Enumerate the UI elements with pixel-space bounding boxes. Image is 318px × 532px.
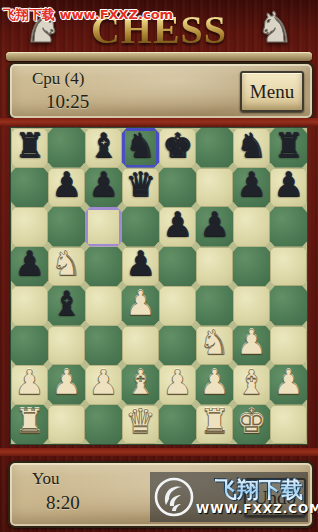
player-clock: 8:20 xyxy=(46,492,80,514)
square-f2[interactable]: ♟ xyxy=(196,365,233,405)
square-d6[interactable] xyxy=(122,207,159,247)
black-king[interactable]: ♚ xyxy=(162,128,192,162)
square-f1[interactable]: ♜ xyxy=(196,405,233,445)
square-b8[interactable] xyxy=(48,128,85,168)
chess-app-window: ♞ CHESS ♞ Cpu (4) 10:25 Menu ♜♝♞♚♞♜♟♟♛♟♟… xyxy=(0,0,318,532)
black-pawn[interactable]: ♟ xyxy=(51,167,81,201)
black-pawn[interactable]: ♟ xyxy=(236,167,266,201)
square-b6[interactable] xyxy=(48,207,85,247)
white-knight[interactable]: ♞ xyxy=(51,246,81,280)
square-e2[interactable]: ♟ xyxy=(159,365,196,405)
square-d2[interactable]: ♝ xyxy=(122,365,159,405)
square-h5[interactable] xyxy=(270,247,307,287)
white-pawn[interactable]: ♟ xyxy=(162,365,192,399)
square-f4[interactable] xyxy=(196,286,233,326)
white-pawn[interactable]: ♟ xyxy=(199,365,229,399)
square-a2[interactable]: ♟ xyxy=(11,365,48,405)
square-e4[interactable] xyxy=(159,286,196,326)
square-g3[interactable]: ♟ xyxy=(233,326,270,366)
square-a5[interactable]: ♟ xyxy=(11,247,48,287)
square-g4[interactable] xyxy=(233,286,270,326)
fxxz-logo-icon xyxy=(152,475,196,519)
white-bishop[interactable]: ♝ xyxy=(236,365,266,399)
square-f6[interactable]: ♟ xyxy=(196,207,233,247)
opponent-name: Cpu (4) xyxy=(32,69,84,89)
white-pawn[interactable]: ♟ xyxy=(125,286,155,320)
square-f3[interactable]: ♞ xyxy=(196,326,233,366)
black-pawn[interactable]: ♟ xyxy=(125,246,155,280)
square-h8[interactable]: ♜ xyxy=(270,128,307,168)
black-queen[interactable]: ♛ xyxy=(125,167,155,201)
square-c6[interactable] xyxy=(85,207,122,247)
square-b1[interactable] xyxy=(48,405,85,445)
wood-trim-top xyxy=(0,118,318,126)
white-pawn[interactable]: ♟ xyxy=(236,325,266,359)
square-e1[interactable] xyxy=(159,405,196,445)
white-pawn[interactable]: ♟ xyxy=(14,365,44,399)
square-c5[interactable] xyxy=(85,247,122,287)
square-c7[interactable]: ♟ xyxy=(85,168,122,208)
square-g5[interactable] xyxy=(233,247,270,287)
black-rook[interactable]: ♜ xyxy=(14,128,44,162)
watermark-bottom-title: 飞翔下载 xyxy=(215,478,303,502)
watermark-bottom: 飞翔下载 WWW.FXXZ.COM xyxy=(150,472,308,522)
square-e8[interactable]: ♚ xyxy=(159,128,196,168)
white-rook[interactable]: ♜ xyxy=(199,404,229,438)
menu-button[interactable]: Menu xyxy=(240,71,304,112)
black-knight[interactable]: ♞ xyxy=(236,128,266,162)
square-c8[interactable]: ♝ xyxy=(85,128,122,168)
opponent-clock: 10:25 xyxy=(46,91,89,113)
white-pawn[interactable]: ♟ xyxy=(273,365,303,399)
square-h3[interactable] xyxy=(270,326,307,366)
white-pawn[interactable]: ♟ xyxy=(88,365,118,399)
square-g7[interactable]: ♟ xyxy=(233,168,270,208)
white-queen[interactable]: ♛ xyxy=(125,404,155,438)
square-b3[interactable] xyxy=(48,326,85,366)
square-d7[interactable]: ♛ xyxy=(122,168,159,208)
square-b2[interactable]: ♟ xyxy=(48,365,85,405)
square-a8[interactable]: ♜ xyxy=(11,128,48,168)
square-f8[interactable] xyxy=(196,128,233,168)
square-g1[interactable]: ♚ xyxy=(233,405,270,445)
black-bishop[interactable]: ♝ xyxy=(51,286,81,320)
square-a6[interactable] xyxy=(11,207,48,247)
square-f5[interactable] xyxy=(196,247,233,287)
square-e7[interactable] xyxy=(159,168,196,208)
black-pawn[interactable]: ♟ xyxy=(88,167,118,201)
square-c1[interactable] xyxy=(85,405,122,445)
square-a4[interactable] xyxy=(11,286,48,326)
square-e6[interactable]: ♟ xyxy=(159,207,196,247)
black-rook[interactable]: ♜ xyxy=(273,128,303,162)
black-pawn[interactable]: ♟ xyxy=(14,246,44,280)
square-b7[interactable]: ♟ xyxy=(48,168,85,208)
white-knight[interactable]: ♞ xyxy=(199,325,229,359)
square-d4[interactable]: ♟ xyxy=(122,286,159,326)
white-rook[interactable]: ♜ xyxy=(14,404,44,438)
square-b5[interactable]: ♞ xyxy=(48,247,85,287)
chess-board[interactable]: ♜♝♞♚♞♜♟♟♛♟♟♟♟♟♞♟♝♟♞♟♟♟♟♝♟♟♝♟♜♛♜♚ xyxy=(10,127,308,445)
square-c2[interactable]: ♟ xyxy=(85,365,122,405)
square-g8[interactable]: ♞ xyxy=(233,128,270,168)
black-pawn[interactable]: ♟ xyxy=(199,207,229,241)
square-e3[interactable] xyxy=(159,326,196,366)
square-c3[interactable] xyxy=(85,326,122,366)
square-a7[interactable] xyxy=(11,168,48,208)
square-d8[interactable]: ♞ xyxy=(122,128,159,168)
molding-strip xyxy=(6,52,312,61)
square-h7[interactable]: ♟ xyxy=(270,168,307,208)
square-g6[interactable] xyxy=(233,207,270,247)
black-bishop[interactable]: ♝ xyxy=(88,128,118,162)
square-e5[interactable] xyxy=(159,247,196,287)
square-f7[interactable] xyxy=(196,168,233,208)
square-d3[interactable] xyxy=(122,326,159,366)
square-b4[interactable]: ♝ xyxy=(48,286,85,326)
watermark-top-text: 飞翔下载 www.FXXZ.com xyxy=(3,6,173,24)
square-h1[interactable] xyxy=(270,405,307,445)
square-c4[interactable] xyxy=(85,286,122,326)
white-pawn[interactable]: ♟ xyxy=(51,365,81,399)
black-pawn[interactable]: ♟ xyxy=(162,207,192,241)
watermark-bottom-url: WWW.FXXZ.COM xyxy=(196,502,318,516)
white-bishop[interactable]: ♝ xyxy=(125,365,155,399)
white-king[interactable]: ♚ xyxy=(236,404,266,438)
square-h4[interactable] xyxy=(270,286,307,326)
square-a1[interactable]: ♜ xyxy=(11,405,48,445)
square-h6[interactable] xyxy=(270,207,307,247)
knight-icon-right: ♞ xyxy=(256,6,294,50)
black-knight[interactable]: ♞ xyxy=(125,128,155,162)
black-pawn[interactable]: ♟ xyxy=(273,167,303,201)
player-name: You xyxy=(32,469,60,489)
square-a3[interactable] xyxy=(11,326,48,366)
square-g2[interactable]: ♝ xyxy=(233,365,270,405)
square-d1[interactable]: ♛ xyxy=(122,405,159,445)
square-d5[interactable]: ♟ xyxy=(122,247,159,287)
watermark-bottom-texts: 飞翔下载 WWW.FXXZ.COM xyxy=(196,478,318,516)
wood-trim-bottom xyxy=(0,448,318,456)
square-h2[interactable]: ♟ xyxy=(270,365,307,405)
opponent-panel: Cpu (4) 10:25 Menu xyxy=(8,62,314,120)
